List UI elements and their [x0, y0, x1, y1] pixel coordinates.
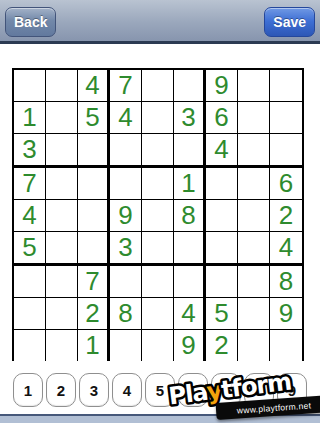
cell-r4c1[interactable]: 7	[14, 168, 46, 200]
cell-r3c1[interactable]: 3	[14, 134, 46, 168]
cell-r2c7[interactable]: 6	[206, 102, 238, 134]
cell-r6c5[interactable]	[142, 232, 174, 266]
back-button[interactable]: Back	[5, 7, 56, 37]
navigation-bar: Back Save	[0, 0, 320, 44]
cell-r9c7[interactable]: 2	[206, 330, 238, 361]
cell-r2c6[interactable]: 3	[174, 102, 206, 134]
cell-r9c6[interactable]: 9	[174, 330, 206, 361]
cell-r7c2[interactable]	[46, 266, 78, 298]
cell-r6c4[interactable]: 3	[110, 232, 142, 266]
cell-r4c8[interactable]	[238, 168, 270, 200]
cell-r1c4[interactable]: 7	[110, 70, 142, 102]
cell-r9c1[interactable]	[14, 330, 46, 361]
cell-r8c3[interactable]: 2	[78, 298, 110, 330]
cell-r5c5[interactable]	[142, 200, 174, 232]
cell-r9c9[interactable]	[270, 330, 302, 361]
cell-r4c6[interactable]: 1	[174, 168, 206, 200]
cell-r5c8[interactable]	[238, 200, 270, 232]
cell-r7c3[interactable]: 7	[78, 266, 110, 298]
cell-r1c7[interactable]: 9	[206, 70, 238, 102]
cell-r6c8[interactable]	[238, 232, 270, 266]
cell-r6c3[interactable]	[78, 232, 110, 266]
cell-r8c1[interactable]	[14, 298, 46, 330]
cell-r9c8[interactable]	[238, 330, 270, 361]
cell-r9c5[interactable]	[142, 330, 174, 361]
cell-r2c8[interactable]	[238, 102, 270, 134]
cell-r5c4[interactable]: 9	[110, 200, 142, 232]
cell-r7c7[interactable]	[206, 266, 238, 298]
cell-r7c9[interactable]: 8	[270, 266, 302, 298]
cell-r8c4[interactable]: 8	[110, 298, 142, 330]
cell-r3c9[interactable]	[270, 134, 302, 168]
cell-r9c4[interactable]	[110, 330, 142, 361]
sudoku-grid: 479154363471649825347828459192	[12, 68, 304, 361]
cell-r6c9[interactable]: 4	[270, 232, 302, 266]
cell-r3c5[interactable]	[142, 134, 174, 168]
cell-r7c8[interactable]	[238, 266, 270, 298]
cell-r4c7[interactable]	[206, 168, 238, 200]
cell-r7c6[interactable]	[174, 266, 206, 298]
cell-r1c3[interactable]: 4	[78, 70, 110, 102]
cell-r2c2[interactable]	[46, 102, 78, 134]
numpad-button-1[interactable]: 1	[13, 373, 43, 407]
cell-r4c3[interactable]	[78, 168, 110, 200]
cell-r2c3[interactable]: 5	[78, 102, 110, 134]
cell-r8c9[interactable]: 9	[270, 298, 302, 330]
cell-r1c8[interactable]	[238, 70, 270, 102]
cell-r3c7[interactable]: 4	[206, 134, 238, 168]
cell-r7c4[interactable]	[110, 266, 142, 298]
cell-r3c8[interactable]	[238, 134, 270, 168]
cell-r7c1[interactable]	[14, 266, 46, 298]
save-button[interactable]: Save	[264, 7, 315, 37]
cell-r6c2[interactable]	[46, 232, 78, 266]
cell-r2c4[interactable]: 4	[110, 102, 142, 134]
cell-r2c1[interactable]: 1	[14, 102, 46, 134]
cell-r4c5[interactable]	[142, 168, 174, 200]
cell-r1c1[interactable]	[14, 70, 46, 102]
cell-r6c6[interactable]	[174, 232, 206, 266]
cell-r1c5[interactable]	[142, 70, 174, 102]
cell-r3c4[interactable]	[110, 134, 142, 168]
cell-r1c9[interactable]	[270, 70, 302, 102]
cell-r4c4[interactable]	[110, 168, 142, 200]
cell-r2c5[interactable]	[142, 102, 174, 134]
cell-r1c2[interactable]	[46, 70, 78, 102]
cell-r8c5[interactable]	[142, 298, 174, 330]
cell-r8c2[interactable]	[46, 298, 78, 330]
cell-r5c6[interactable]: 8	[174, 200, 206, 232]
cell-r1c6[interactable]	[174, 70, 206, 102]
numpad-button-3[interactable]: 3	[79, 373, 109, 407]
cell-r9c2[interactable]	[46, 330, 78, 361]
cell-r5c3[interactable]	[78, 200, 110, 232]
cell-r3c6[interactable]	[174, 134, 206, 168]
numpad-button-2[interactable]: 2	[46, 373, 76, 407]
cell-r4c9[interactable]: 6	[270, 168, 302, 200]
cell-r5c2[interactable]	[46, 200, 78, 232]
cell-r5c1[interactable]: 4	[14, 200, 46, 232]
cell-r2c9[interactable]	[270, 102, 302, 134]
cell-r6c7[interactable]	[206, 232, 238, 266]
cell-r4c2[interactable]	[46, 168, 78, 200]
cell-r6c1[interactable]: 5	[14, 232, 46, 266]
cell-r3c3[interactable]	[78, 134, 110, 168]
cell-r9c3[interactable]: 1	[78, 330, 110, 361]
numpad-button-4[interactable]: 4	[112, 373, 142, 407]
cell-r5c9[interactable]: 2	[270, 200, 302, 232]
playtform-watermark: Playtform www.playtform.net	[160, 366, 320, 423]
cell-r8c8[interactable]	[238, 298, 270, 330]
cell-r7c5[interactable]	[142, 266, 174, 298]
cell-r8c6[interactable]: 4	[174, 298, 206, 330]
cell-r8c7[interactable]: 5	[206, 298, 238, 330]
cell-r3c2[interactable]	[46, 134, 78, 168]
cell-r5c7[interactable]	[206, 200, 238, 232]
